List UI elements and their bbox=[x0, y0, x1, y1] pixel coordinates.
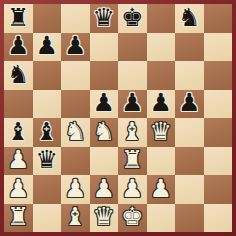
square-a2[interactable]: ♟ bbox=[4, 175, 33, 204]
square-c4[interactable]: ♞ bbox=[61, 118, 90, 147]
piece-white-pawn[interactable]: ♟ bbox=[121, 176, 143, 201]
piece-black-pawn[interactable]: ♟ bbox=[64, 33, 86, 58]
square-h8[interactable] bbox=[204, 4, 233, 33]
square-b3[interactable]: ♛ bbox=[33, 147, 62, 176]
square-h4[interactable] bbox=[204, 118, 233, 147]
square-e8[interactable]: ♚ bbox=[118, 4, 147, 33]
square-h2[interactable] bbox=[204, 175, 233, 204]
square-f4[interactable]: ♛ bbox=[147, 118, 176, 147]
square-f6[interactable] bbox=[147, 61, 176, 90]
square-h1[interactable] bbox=[204, 204, 233, 233]
square-c5[interactable] bbox=[61, 90, 90, 119]
square-e7[interactable] bbox=[118, 33, 147, 62]
piece-black-bishop[interactable]: ♝ bbox=[36, 119, 58, 144]
square-h6[interactable] bbox=[204, 61, 233, 90]
piece-white-king[interactable]: ♚ bbox=[121, 204, 143, 229]
square-c6[interactable] bbox=[61, 61, 90, 90]
piece-white-pawn[interactable]: ♟ bbox=[93, 176, 115, 201]
piece-white-knight[interactable]: ♞ bbox=[64, 119, 86, 144]
piece-white-knight[interactable]: ♞ bbox=[93, 119, 115, 144]
square-a1[interactable]: ♜ bbox=[4, 204, 33, 233]
square-d5[interactable]: ♟ bbox=[90, 90, 119, 119]
piece-black-queen[interactable]: ♛ bbox=[36, 147, 58, 172]
square-h5[interactable] bbox=[204, 90, 233, 119]
piece-black-pawn[interactable]: ♟ bbox=[7, 33, 29, 58]
piece-black-bishop[interactable]: ♝ bbox=[7, 119, 29, 144]
square-b2[interactable] bbox=[33, 175, 62, 204]
square-a5[interactable] bbox=[4, 90, 33, 119]
square-c7[interactable]: ♟ bbox=[61, 33, 90, 62]
piece-black-pawn[interactable]: ♟ bbox=[121, 90, 143, 115]
piece-white-rook[interactable]: ♜ bbox=[121, 147, 143, 172]
square-c3[interactable] bbox=[61, 147, 90, 176]
piece-white-pawn[interactable]: ♟ bbox=[7, 176, 29, 201]
square-e2[interactable]: ♟ bbox=[118, 175, 147, 204]
square-g2[interactable] bbox=[175, 175, 204, 204]
square-a4[interactable]: ♝ bbox=[4, 118, 33, 147]
square-f2[interactable]: ♟ bbox=[147, 175, 176, 204]
square-b7[interactable]: ♟ bbox=[33, 33, 62, 62]
piece-white-pawn[interactable]: ♟ bbox=[150, 176, 172, 201]
square-g6[interactable] bbox=[175, 61, 204, 90]
square-g3[interactable] bbox=[175, 147, 204, 176]
square-h3[interactable] bbox=[204, 147, 233, 176]
piece-black-queen[interactable]: ♛ bbox=[93, 5, 115, 30]
piece-white-bishop[interactable]: ♝ bbox=[64, 204, 86, 229]
square-a7[interactable]: ♟ bbox=[4, 33, 33, 62]
board-frame: ♜♛♚♞♟♟♟♞♟♟♟♟♝♝♞♞♝♛♟♛♜♟♟♟♟♟♜♝♛♚ bbox=[0, 0, 236, 236]
square-g4[interactable] bbox=[175, 118, 204, 147]
piece-black-knight[interactable]: ♞ bbox=[7, 62, 29, 87]
square-b6[interactable] bbox=[33, 61, 62, 90]
square-g5[interactable]: ♟ bbox=[175, 90, 204, 119]
piece-white-rook[interactable]: ♜ bbox=[7, 204, 29, 229]
square-c8[interactable] bbox=[61, 4, 90, 33]
square-e3[interactable]: ♜ bbox=[118, 147, 147, 176]
piece-black-pawn[interactable]: ♟ bbox=[93, 90, 115, 115]
square-a6[interactable]: ♞ bbox=[4, 61, 33, 90]
piece-white-pawn[interactable]: ♟ bbox=[7, 147, 29, 172]
square-f5[interactable]: ♟ bbox=[147, 90, 176, 119]
square-b5[interactable] bbox=[33, 90, 62, 119]
piece-black-rook[interactable]: ♜ bbox=[7, 5, 29, 30]
square-g7[interactable] bbox=[175, 33, 204, 62]
square-d8[interactable]: ♛ bbox=[90, 4, 119, 33]
square-f1[interactable] bbox=[147, 204, 176, 233]
chess-board: ♜♛♚♞♟♟♟♞♟♟♟♟♝♝♞♞♝♛♟♛♜♟♟♟♟♟♜♝♛♚ bbox=[4, 4, 232, 232]
square-a3[interactable]: ♟ bbox=[4, 147, 33, 176]
square-g1[interactable] bbox=[175, 204, 204, 233]
square-c2[interactable]: ♟ bbox=[61, 175, 90, 204]
square-c1[interactable]: ♝ bbox=[61, 204, 90, 233]
square-d4[interactable]: ♞ bbox=[90, 118, 119, 147]
piece-white-bishop[interactable]: ♝ bbox=[121, 119, 143, 144]
square-h7[interactable] bbox=[204, 33, 233, 62]
square-b1[interactable] bbox=[33, 204, 62, 233]
piece-black-knight[interactable]: ♞ bbox=[178, 5, 200, 30]
square-f8[interactable] bbox=[147, 4, 176, 33]
square-d3[interactable] bbox=[90, 147, 119, 176]
square-e6[interactable] bbox=[118, 61, 147, 90]
piece-white-pawn[interactable]: ♟ bbox=[64, 176, 86, 201]
square-e5[interactable]: ♟ bbox=[118, 90, 147, 119]
piece-black-pawn[interactable]: ♟ bbox=[36, 33, 58, 58]
square-e1[interactable]: ♚ bbox=[118, 204, 147, 233]
piece-white-queen[interactable]: ♛ bbox=[93, 204, 115, 229]
square-f7[interactable] bbox=[147, 33, 176, 62]
square-g8[interactable]: ♞ bbox=[175, 4, 204, 33]
square-d2[interactable]: ♟ bbox=[90, 175, 119, 204]
piece-black-pawn[interactable]: ♟ bbox=[178, 90, 200, 115]
square-b4[interactable]: ♝ bbox=[33, 118, 62, 147]
square-e4[interactable]: ♝ bbox=[118, 118, 147, 147]
square-a8[interactable]: ♜ bbox=[4, 4, 33, 33]
square-d7[interactable] bbox=[90, 33, 119, 62]
piece-black-king[interactable]: ♚ bbox=[121, 5, 143, 30]
piece-black-pawn[interactable]: ♟ bbox=[150, 90, 172, 115]
square-d1[interactable]: ♛ bbox=[90, 204, 119, 233]
square-f3[interactable] bbox=[147, 147, 176, 176]
square-d6[interactable] bbox=[90, 61, 119, 90]
piece-white-queen[interactable]: ♛ bbox=[150, 119, 172, 144]
square-b8[interactable] bbox=[33, 4, 62, 33]
